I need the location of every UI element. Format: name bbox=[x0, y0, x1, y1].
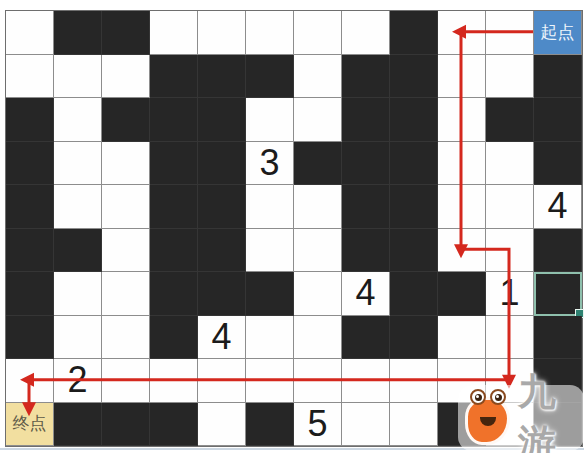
cell-r9c3[interactable] bbox=[102, 359, 150, 403]
cell-r8c11[interactable] bbox=[486, 316, 534, 360]
cell-r7c9[interactable] bbox=[390, 272, 438, 316]
cell-r4c11[interactable] bbox=[486, 142, 534, 186]
jiuyou-watermark: 九游 bbox=[458, 385, 584, 451]
cell-r9c9[interactable] bbox=[390, 359, 438, 403]
clue-cell-4[interactable]: 4 bbox=[198, 316, 246, 360]
cell-r6c2[interactable] bbox=[54, 229, 102, 273]
cell-r2c9[interactable] bbox=[390, 55, 438, 99]
cell-r6c6[interactable] bbox=[246, 229, 294, 273]
mascot-eye-icon bbox=[490, 389, 506, 405]
cell-r5c3[interactable] bbox=[102, 185, 150, 229]
clue-cell-3[interactable]: 3 bbox=[246, 142, 294, 186]
cell-r6c11[interactable] bbox=[486, 229, 534, 273]
mascot-eye-icon bbox=[470, 389, 486, 405]
cell-r9c1[interactable] bbox=[6, 359, 54, 403]
cell-r4c3[interactable] bbox=[102, 142, 150, 186]
cell-r3c7[interactable] bbox=[294, 98, 342, 142]
cell-r10c6[interactable] bbox=[246, 403, 294, 447]
cell-r5c4[interactable] bbox=[150, 185, 198, 229]
cell-r2c8[interactable] bbox=[342, 55, 390, 99]
cell-r6c5[interactable] bbox=[198, 229, 246, 273]
cell-r1c1[interactable] bbox=[6, 11, 54, 55]
cell-r3c2[interactable] bbox=[54, 98, 102, 142]
cell-r2c1[interactable] bbox=[6, 55, 54, 99]
cell-r2c3[interactable] bbox=[102, 55, 150, 99]
clue-cell-2[interactable]: 2 bbox=[54, 359, 102, 403]
cell-r10c8[interactable] bbox=[342, 403, 390, 447]
cell-r6c7[interactable] bbox=[294, 229, 342, 273]
cell-r5c6[interactable] bbox=[246, 185, 294, 229]
cell-r8c12[interactable] bbox=[534, 316, 582, 360]
cell-r7c4[interactable] bbox=[150, 272, 198, 316]
cell-r1c5[interactable] bbox=[198, 11, 246, 55]
cell-r5c1[interactable] bbox=[6, 185, 54, 229]
cell-r6c12[interactable] bbox=[534, 229, 582, 273]
cell-r3c3[interactable] bbox=[102, 98, 150, 142]
cell-r5c7[interactable] bbox=[294, 185, 342, 229]
mascot-icon bbox=[465, 389, 513, 447]
cell-r2c10[interactable] bbox=[438, 55, 486, 99]
clue-cell-5[interactable]: 5 bbox=[294, 403, 342, 447]
cell-r7c5[interactable] bbox=[198, 272, 246, 316]
cell-r9c7[interactable] bbox=[294, 359, 342, 403]
clue-cell-4[interactable]: 4 bbox=[342, 272, 390, 316]
cell-r1c2[interactable] bbox=[54, 11, 102, 55]
cell-r2c4[interactable] bbox=[150, 55, 198, 99]
cell-r6c10[interactable] bbox=[438, 229, 486, 273]
cell-r10c2[interactable] bbox=[54, 403, 102, 447]
cell-r5c9[interactable] bbox=[390, 185, 438, 229]
cell-r8c6[interactable] bbox=[246, 316, 294, 360]
cell-r3c5[interactable] bbox=[198, 98, 246, 142]
cell-r1c6[interactable] bbox=[246, 11, 294, 55]
cell-r2c6[interactable] bbox=[246, 55, 294, 99]
cell-r5c11[interactable] bbox=[486, 185, 534, 229]
cell-r1c10[interactable] bbox=[438, 11, 486, 55]
cell-r9c4[interactable] bbox=[150, 359, 198, 403]
cell-r3c8[interactable] bbox=[342, 98, 390, 142]
cell-r10c3[interactable] bbox=[102, 403, 150, 447]
cell-r5c2[interactable] bbox=[54, 185, 102, 229]
selected-cell[interactable] bbox=[534, 272, 582, 316]
cell-r4c8[interactable] bbox=[342, 142, 390, 186]
cell-r10c4[interactable] bbox=[150, 403, 198, 447]
cell-r3c9[interactable] bbox=[390, 98, 438, 142]
cell-r7c7[interactable] bbox=[294, 272, 342, 316]
cell-r8c3[interactable] bbox=[102, 316, 150, 360]
clue-cell-4[interactable]: 4 bbox=[534, 185, 582, 229]
cell-r8c10[interactable] bbox=[438, 316, 486, 360]
cell-r2c7[interactable] bbox=[294, 55, 342, 99]
cell-r5c5[interactable] bbox=[198, 185, 246, 229]
cell-r6c8[interactable] bbox=[342, 229, 390, 273]
maze-grid: 起点344142终点5 bbox=[5, 10, 583, 447]
cell-r8c7[interactable] bbox=[294, 316, 342, 360]
cell-r6c1[interactable] bbox=[6, 229, 54, 273]
end-cell[interactable]: 终点 bbox=[6, 403, 54, 447]
cell-r7c1[interactable] bbox=[6, 272, 54, 316]
cell-r4c2[interactable] bbox=[54, 142, 102, 186]
watermark-text: 九游 bbox=[518, 367, 584, 453]
cell-r3c4[interactable] bbox=[150, 98, 198, 142]
cell-r1c8[interactable] bbox=[342, 11, 390, 55]
cell-r1c3[interactable] bbox=[102, 11, 150, 55]
cell-r8c4[interactable] bbox=[150, 316, 198, 360]
cell-r4c4[interactable] bbox=[150, 142, 198, 186]
cell-r2c11[interactable] bbox=[486, 55, 534, 99]
cell-r2c12[interactable] bbox=[534, 55, 582, 99]
cell-r4c10[interactable] bbox=[438, 142, 486, 186]
cell-r10c9[interactable] bbox=[390, 403, 438, 447]
clue-cell-1[interactable]: 1 bbox=[486, 272, 534, 316]
cell-r4c7[interactable] bbox=[294, 142, 342, 186]
cell-r8c9[interactable] bbox=[390, 316, 438, 360]
cell-r4c5[interactable] bbox=[198, 142, 246, 186]
cell-r6c3[interactable] bbox=[102, 229, 150, 273]
cell-r7c2[interactable] bbox=[54, 272, 102, 316]
cell-r4c12[interactable] bbox=[534, 142, 582, 186]
cell-r3c12[interactable] bbox=[534, 98, 582, 142]
cell-r6c9[interactable] bbox=[390, 229, 438, 273]
cell-r2c2[interactable] bbox=[54, 55, 102, 99]
cell-r6c4[interactable] bbox=[150, 229, 198, 273]
cell-r4c1[interactable] bbox=[6, 142, 54, 186]
cell-r1c9[interactable] bbox=[390, 11, 438, 55]
cell-r8c1[interactable] bbox=[6, 316, 54, 360]
cell-r1c7[interactable] bbox=[294, 11, 342, 55]
cell-r3c11[interactable] bbox=[486, 98, 534, 142]
cell-r7c6[interactable] bbox=[246, 272, 294, 316]
cell-r1c11[interactable] bbox=[486, 11, 534, 55]
cell-r8c8[interactable] bbox=[342, 316, 390, 360]
puzzle-board-screenshot: 起点344142终点5 九游 bbox=[0, 0, 584, 453]
cell-r8c2[interactable] bbox=[54, 316, 102, 360]
cell-r1c4[interactable] bbox=[150, 11, 198, 55]
cell-r3c1[interactable] bbox=[6, 98, 54, 142]
cell-r7c10[interactable] bbox=[438, 272, 486, 316]
cell-r7c3[interactable] bbox=[102, 272, 150, 316]
cell-r3c10[interactable] bbox=[438, 98, 486, 142]
cell-r5c10[interactable] bbox=[438, 185, 486, 229]
cell-r2c5[interactable] bbox=[198, 55, 246, 99]
cell-r9c5[interactable] bbox=[198, 359, 246, 403]
cell-r5c8[interactable] bbox=[342, 185, 390, 229]
cell-r9c6[interactable] bbox=[246, 359, 294, 403]
start-cell[interactable]: 起点 bbox=[534, 11, 582, 55]
cell-r4c9[interactable] bbox=[390, 142, 438, 186]
cell-r9c8[interactable] bbox=[342, 359, 390, 403]
cell-r3c6[interactable] bbox=[246, 98, 294, 142]
cell-r10c5[interactable] bbox=[198, 403, 246, 447]
